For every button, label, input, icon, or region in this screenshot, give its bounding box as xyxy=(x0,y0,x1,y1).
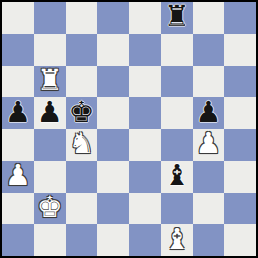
square-f8[interactable]: ♜ xyxy=(161,2,193,34)
square-b5[interactable]: ♟ xyxy=(34,97,66,129)
square-b4[interactable] xyxy=(34,129,66,161)
square-a8[interactable] xyxy=(2,2,34,34)
piece-black-rook[interactable]: ♜ xyxy=(164,2,190,31)
piece-white-rook[interactable]: ♜ xyxy=(37,66,63,95)
piece-white-bishop[interactable]: ♝ xyxy=(164,225,190,254)
square-h4[interactable] xyxy=(224,129,256,161)
square-f1[interactable]: ♝ xyxy=(161,224,193,256)
square-e4[interactable] xyxy=(129,129,161,161)
square-e5[interactable] xyxy=(129,97,161,129)
square-c6[interactable] xyxy=(66,66,98,98)
square-a5[interactable]: ♟ xyxy=(2,97,34,129)
square-c4[interactable]: ♞ xyxy=(66,129,98,161)
square-f7[interactable] xyxy=(161,34,193,66)
piece-black-pawn[interactable]: ♟ xyxy=(195,98,221,127)
square-f5[interactable] xyxy=(161,97,193,129)
square-d1[interactable] xyxy=(97,224,129,256)
square-g8[interactable] xyxy=(193,2,225,34)
chess-board-grid: ♜♜♟♟♚♟♞♟♟♝♚♝ xyxy=(2,2,256,256)
square-h5[interactable] xyxy=(224,97,256,129)
square-d6[interactable] xyxy=(97,66,129,98)
square-b7[interactable] xyxy=(34,34,66,66)
square-e2[interactable] xyxy=(129,193,161,225)
piece-black-king[interactable]: ♚ xyxy=(68,98,94,127)
square-f2[interactable] xyxy=(161,193,193,225)
piece-black-pawn[interactable]: ♟ xyxy=(5,98,31,127)
square-g6[interactable] xyxy=(193,66,225,98)
piece-white-knight[interactable]: ♞ xyxy=(68,129,94,158)
square-g4[interactable]: ♟ xyxy=(193,129,225,161)
square-g5[interactable]: ♟ xyxy=(193,97,225,129)
square-d4[interactable] xyxy=(97,129,129,161)
square-h7[interactable] xyxy=(224,34,256,66)
square-a6[interactable] xyxy=(2,66,34,98)
square-h1[interactable] xyxy=(224,224,256,256)
square-a2[interactable] xyxy=(2,193,34,225)
piece-white-pawn[interactable]: ♟ xyxy=(5,161,31,190)
square-h2[interactable] xyxy=(224,193,256,225)
square-d2[interactable] xyxy=(97,193,129,225)
square-c1[interactable] xyxy=(66,224,98,256)
square-e6[interactable] xyxy=(129,66,161,98)
square-c3[interactable] xyxy=(66,161,98,193)
square-d3[interactable] xyxy=(97,161,129,193)
square-e3[interactable] xyxy=(129,161,161,193)
square-e1[interactable] xyxy=(129,224,161,256)
square-d8[interactable] xyxy=(97,2,129,34)
square-g2[interactable] xyxy=(193,193,225,225)
square-g1[interactable] xyxy=(193,224,225,256)
piece-white-pawn[interactable]: ♟ xyxy=(195,129,221,158)
square-b6[interactable]: ♜ xyxy=(34,66,66,98)
square-e8[interactable] xyxy=(129,2,161,34)
square-d5[interactable] xyxy=(97,97,129,129)
square-a4[interactable] xyxy=(2,129,34,161)
square-b8[interactable] xyxy=(34,2,66,34)
square-h6[interactable] xyxy=(224,66,256,98)
square-a7[interactable] xyxy=(2,34,34,66)
square-f3[interactable]: ♝ xyxy=(161,161,193,193)
square-b1[interactable] xyxy=(34,224,66,256)
square-g7[interactable] xyxy=(193,34,225,66)
square-c7[interactable] xyxy=(66,34,98,66)
square-b2[interactable]: ♚ xyxy=(34,193,66,225)
square-f6[interactable] xyxy=(161,66,193,98)
square-a3[interactable]: ♟ xyxy=(2,161,34,193)
square-c8[interactable] xyxy=(66,2,98,34)
square-a1[interactable] xyxy=(2,224,34,256)
square-d7[interactable] xyxy=(97,34,129,66)
square-c2[interactable] xyxy=(66,193,98,225)
piece-black-pawn[interactable]: ♟ xyxy=(37,98,63,127)
square-h8[interactable] xyxy=(224,2,256,34)
square-g3[interactable] xyxy=(193,161,225,193)
square-h3[interactable] xyxy=(224,161,256,193)
piece-white-king[interactable]: ♚ xyxy=(37,193,63,222)
square-c5[interactable]: ♚ xyxy=(66,97,98,129)
chess-board: ♜♜♟♟♚♟♞♟♟♝♚♝ xyxy=(0,0,258,258)
piece-black-bishop[interactable]: ♝ xyxy=(164,161,190,190)
square-b3[interactable] xyxy=(34,161,66,193)
square-f4[interactable] xyxy=(161,129,193,161)
square-e7[interactable] xyxy=(129,34,161,66)
